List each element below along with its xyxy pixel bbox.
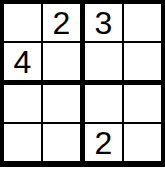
sudoku-board: 2 3 4 2 bbox=[0, 0, 165, 167]
cell-r4c4[interactable] bbox=[124, 124, 161, 161]
cell-r2c4[interactable] bbox=[124, 43, 161, 85]
cell-r3c4[interactable] bbox=[124, 85, 161, 124]
cell-r1c3[interactable]: 3 bbox=[85, 4, 124, 43]
cell-r1c1[interactable] bbox=[4, 4, 43, 43]
cell-r2c2[interactable] bbox=[43, 43, 85, 85]
cell-r2c3[interactable] bbox=[85, 43, 124, 85]
cell-r3c2[interactable] bbox=[43, 85, 85, 124]
cell-r2c1[interactable]: 4 bbox=[4, 43, 43, 85]
cell-r4c3[interactable]: 2 bbox=[85, 124, 124, 161]
cell-r3c3[interactable] bbox=[85, 85, 124, 124]
cell-r1c4[interactable] bbox=[124, 4, 161, 43]
cell-r3c1[interactable] bbox=[4, 85, 43, 124]
cell-r4c1[interactable] bbox=[4, 124, 43, 161]
cell-r4c2[interactable] bbox=[43, 124, 85, 161]
cell-r1c2[interactable]: 2 bbox=[43, 4, 85, 43]
